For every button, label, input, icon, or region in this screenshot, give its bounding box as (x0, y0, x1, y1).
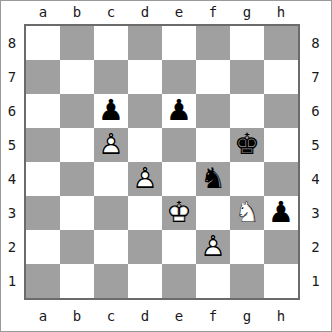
rank-label: 8 (1, 26, 23, 60)
square-e8[interactable] (162, 26, 196, 60)
square-g4[interactable] (230, 162, 264, 196)
square-c4[interactable] (94, 162, 128, 196)
square-a4[interactable] (26, 162, 60, 196)
square-e1[interactable] (162, 264, 196, 298)
file-label: e (162, 300, 196, 331)
square-a7[interactable] (26, 60, 60, 94)
square-e7[interactable] (162, 60, 196, 94)
file-label: a (26, 300, 60, 331)
white-pawn-glyph: ♙ (196, 230, 230, 264)
file-label: d (128, 300, 162, 331)
square-h5[interactable] (264, 128, 298, 162)
rank-label: 7 (300, 60, 331, 94)
black-pawn-glyph: ♟ (162, 94, 196, 128)
square-g2[interactable] (230, 230, 264, 264)
white-king-glyph: ♔ (162, 196, 196, 230)
square-d3[interactable] (128, 196, 162, 230)
piece-white-pawn[interactable]: ♟♙ (196, 230, 230, 264)
square-c8[interactable] (94, 26, 128, 60)
piece-white-pawn[interactable]: ♟♙ (94, 128, 128, 162)
square-g8[interactable] (230, 26, 264, 60)
rank-label: 5 (300, 128, 331, 162)
square-e5[interactable] (162, 128, 196, 162)
square-a2[interactable] (26, 230, 60, 264)
file-label: h (264, 1, 298, 23)
square-b8[interactable] (60, 26, 94, 60)
square-b7[interactable] (60, 60, 94, 94)
rank-label: 1 (1, 264, 23, 298)
file-label: e (162, 1, 196, 23)
rank-label: 6 (300, 94, 331, 128)
square-d5[interactable] (128, 128, 162, 162)
piece-black-king[interactable]: ♚ (230, 128, 264, 162)
square-a8[interactable] (26, 26, 60, 60)
rank-label: 5 (1, 128, 23, 162)
square-c7[interactable] (94, 60, 128, 94)
square-g3[interactable]: ♞♘ (230, 196, 264, 230)
square-a6[interactable] (26, 94, 60, 128)
file-label: a (26, 1, 60, 23)
file-label: b (60, 300, 94, 331)
square-h7[interactable] (264, 60, 298, 94)
square-d8[interactable] (128, 26, 162, 60)
piece-white-pawn[interactable]: ♟♙ (128, 162, 162, 196)
file-label: g (230, 1, 264, 23)
file-label: c (94, 1, 128, 23)
piece-black-pawn[interactable]: ♟ (94, 94, 128, 128)
file-label: h (264, 300, 298, 331)
file-label: f (196, 1, 230, 23)
square-e6[interactable]: ♟ (162, 94, 196, 128)
square-f7[interactable] (196, 60, 230, 94)
square-a5[interactable] (26, 128, 60, 162)
file-label: f (196, 300, 230, 331)
square-f1[interactable] (196, 264, 230, 298)
square-h6[interactable] (264, 94, 298, 128)
square-f6[interactable] (196, 94, 230, 128)
square-e2[interactable] (162, 230, 196, 264)
square-b6[interactable] (60, 94, 94, 128)
square-g1[interactable] (230, 264, 264, 298)
square-b4[interactable] (60, 162, 94, 196)
rank-label: 3 (1, 196, 23, 230)
square-d1[interactable] (128, 264, 162, 298)
square-c3[interactable] (94, 196, 128, 230)
white-pawn-glyph: ♙ (128, 162, 162, 196)
square-c1[interactable] (94, 264, 128, 298)
piece-black-pawn[interactable]: ♟ (162, 94, 196, 128)
square-h4[interactable] (264, 162, 298, 196)
rank-labels-left: 87654321 (1, 26, 23, 298)
square-h1[interactable] (264, 264, 298, 298)
square-d4[interactable]: ♟♙ (128, 162, 162, 196)
rank-label: 2 (1, 230, 23, 264)
rank-label: 1 (300, 264, 331, 298)
square-f2[interactable]: ♟♙ (196, 230, 230, 264)
square-b2[interactable] (60, 230, 94, 264)
file-labels-bottom: abcdefgh (26, 300, 298, 331)
rank-label: 7 (1, 60, 23, 94)
square-d7[interactable] (128, 60, 162, 94)
square-f3[interactable] (196, 196, 230, 230)
chess-diagram: abcdefgh abcdefgh 87654321 87654321 ♟♟♟♙… (0, 0, 332, 332)
file-labels-top: abcdefgh (26, 1, 298, 23)
file-label: c (94, 300, 128, 331)
square-a3[interactable] (26, 196, 60, 230)
square-h3[interactable]: ♟ (264, 196, 298, 230)
piece-black-knight[interactable]: ♞ (196, 162, 230, 196)
rank-label: 3 (300, 196, 331, 230)
file-label: g (230, 300, 264, 331)
square-g5[interactable]: ♚ (230, 128, 264, 162)
black-pawn-glyph: ♟ (264, 196, 298, 230)
square-c2[interactable] (94, 230, 128, 264)
square-e3[interactable]: ♚♔ (162, 196, 196, 230)
piece-white-knight[interactable]: ♞♘ (230, 196, 264, 230)
square-b5[interactable] (60, 128, 94, 162)
file-label: b (60, 1, 94, 23)
square-e4[interactable] (162, 162, 196, 196)
piece-black-pawn[interactable]: ♟ (264, 196, 298, 230)
rank-label: 4 (1, 162, 23, 196)
rank-label: 4 (300, 162, 331, 196)
square-g6[interactable] (230, 94, 264, 128)
square-f4[interactable]: ♞ (196, 162, 230, 196)
square-d6[interactable] (128, 94, 162, 128)
black-pawn-glyph: ♟ (94, 94, 128, 128)
square-h2[interactable] (264, 230, 298, 264)
square-h8[interactable] (264, 26, 298, 60)
square-d2[interactable] (128, 230, 162, 264)
square-c6[interactable]: ♟ (94, 94, 128, 128)
rank-label: 8 (300, 26, 331, 60)
square-b3[interactable] (60, 196, 94, 230)
chess-board: ♟♟♟♙♚♟♙♞♚♔♞♘♟♟♙ (24, 24, 300, 300)
square-c5[interactable]: ♟♙ (94, 128, 128, 162)
rank-label: 2 (300, 230, 331, 264)
black-knight-glyph: ♞ (196, 162, 230, 196)
square-g7[interactable] (230, 60, 264, 94)
white-knight-glyph: ♘ (230, 196, 264, 230)
black-king-glyph: ♚ (230, 128, 264, 162)
piece-white-king[interactable]: ♚♔ (162, 196, 196, 230)
square-f8[interactable] (196, 26, 230, 60)
file-label: d (128, 1, 162, 23)
rank-labels-right: 87654321 (300, 26, 331, 298)
rank-label: 6 (1, 94, 23, 128)
square-a1[interactable] (26, 264, 60, 298)
white-pawn-glyph: ♙ (94, 128, 128, 162)
square-f5[interactable] (196, 128, 230, 162)
square-b1[interactable] (60, 264, 94, 298)
